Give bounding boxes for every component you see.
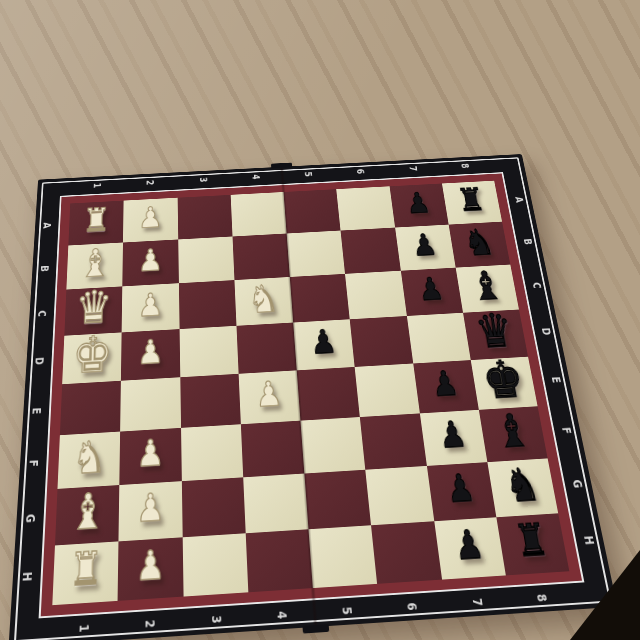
black-pawn-g7[interactable]: ♟ (444, 470, 477, 505)
white-rook-h1[interactable]: ♜ (69, 548, 103, 591)
square-h5[interactable] (308, 525, 377, 588)
black-pawn-f7[interactable]: ♟ (437, 418, 469, 452)
white-pawn-h2[interactable]: ♟ (136, 546, 165, 584)
square-d1[interactable]: ♚ (62, 332, 122, 384)
white-pawn-f2[interactable]: ♟ (137, 436, 165, 470)
square-d3[interactable] (179, 326, 238, 377)
black-rook-a8[interactable]: ♜ (455, 185, 487, 215)
black-queen-d8[interactable]: ♛ (473, 310, 517, 353)
square-e5[interactable] (297, 367, 360, 421)
white-bishop-b1[interactable]: ♝ (79, 245, 112, 281)
black-knight-b8[interactable]: ♞ (461, 225, 496, 258)
white-pawn-e4[interactable]: ♟ (255, 378, 284, 410)
black-pawn-a7[interactable]: ♟ (404, 190, 432, 216)
square-f1[interactable]: ♞ (57, 432, 120, 489)
hinge-top (271, 163, 292, 169)
white-pawn-b2[interactable]: ♟ (138, 246, 163, 274)
black-rook-h8[interactable]: ♜ (512, 520, 551, 562)
white-pawn-g2[interactable]: ♟ (136, 489, 165, 525)
square-e1[interactable] (60, 381, 121, 435)
square-a3[interactable] (177, 195, 232, 240)
square-b7[interactable]: ♟ (395, 225, 456, 271)
square-g2[interactable]: ♟ (119, 481, 182, 541)
square-f3[interactable] (181, 424, 243, 481)
white-bishop-g1[interactable]: ♝ (69, 489, 107, 535)
square-e3[interactable] (180, 374, 241, 428)
black-bishop-f8[interactable]: ♝ (492, 409, 534, 452)
square-g3[interactable] (181, 477, 245, 537)
square-b5[interactable] (287, 231, 346, 277)
square-c6[interactable] (345, 271, 406, 320)
square-f5[interactable] (300, 417, 365, 474)
square-h2[interactable]: ♟ (118, 537, 183, 601)
square-h6[interactable] (371, 521, 441, 584)
black-knight-g8[interactable]: ♞ (501, 463, 542, 506)
square-f8[interactable]: ♝ (479, 406, 548, 462)
white-pawn-d2[interactable]: ♟ (137, 336, 163, 367)
square-c4[interactable]: ♞ (234, 277, 293, 326)
square-d5[interactable]: ♟ (293, 319, 355, 370)
square-h7[interactable]: ♟ (434, 517, 506, 579)
square-d7[interactable] (406, 313, 470, 364)
square-a7[interactable]: ♟ (389, 184, 448, 228)
square-b3[interactable] (178, 236, 234, 283)
white-queen-c1[interactable]: ♛ (75, 287, 113, 329)
square-f7[interactable]: ♟ (419, 410, 487, 466)
white-rook-a1[interactable]: ♜ (82, 205, 110, 235)
hinge-bottom (302, 624, 329, 633)
square-c7[interactable]: ♟ (400, 268, 462, 316)
square-h1[interactable]: ♜ (52, 541, 118, 605)
square-e4[interactable]: ♟ (238, 370, 300, 424)
square-a8[interactable]: ♜ (442, 181, 502, 225)
square-a2[interactable]: ♟ (123, 198, 178, 243)
chess-board: 12345678 12345678 ABCDEFGH ABCDEFGH ♜♟♟♜… (9, 154, 618, 640)
black-pawn-h7[interactable]: ♟ (452, 526, 486, 563)
black-pawn-b7[interactable]: ♟ (410, 231, 439, 259)
square-g7[interactable]: ♟ (426, 462, 496, 521)
square-a1[interactable]: ♜ (68, 201, 123, 246)
square-a6[interactable] (336, 186, 394, 230)
square-a5[interactable] (284, 189, 341, 233)
square-h3[interactable] (182, 533, 248, 596)
square-d4[interactable] (236, 323, 296, 374)
white-knight-c4[interactable]: ♞ (247, 281, 280, 317)
black-pawn-d5[interactable]: ♟ (309, 326, 338, 357)
white-pawn-c2[interactable]: ♟ (138, 290, 164, 319)
square-g6[interactable] (366, 466, 434, 525)
board-frame: 12345678 12345678 ABCDEFGH ABCDEFGH ♜♟♟♜… (9, 154, 618, 640)
black-bishop-c8[interactable]: ♝ (467, 267, 505, 304)
square-g4[interactable] (243, 474, 308, 534)
square-a4[interactable] (230, 192, 286, 236)
square-d6[interactable] (350, 316, 413, 367)
black-king-e8[interactable]: ♚ (479, 356, 527, 404)
black-pawn-c7[interactable]: ♟ (416, 274, 445, 303)
square-c5[interactable] (290, 274, 350, 323)
square-c2[interactable]: ♟ (122, 283, 179, 332)
square-b2[interactable]: ♟ (123, 239, 179, 286)
white-king-d1[interactable]: ♚ (72, 332, 113, 379)
square-e8[interactable]: ♚ (471, 357, 538, 410)
square-f6[interactable] (360, 413, 426, 469)
square-d2[interactable]: ♟ (121, 329, 180, 381)
white-pawn-a2[interactable]: ♟ (138, 204, 163, 231)
square-c3[interactable] (178, 280, 236, 329)
square-h4[interactable] (245, 529, 312, 592)
square-b4[interactable] (232, 233, 290, 280)
square-b6[interactable] (341, 228, 401, 274)
white-knight-f1[interactable]: ♞ (72, 436, 107, 478)
square-b8[interactable]: ♞ (448, 222, 510, 268)
square-f2[interactable]: ♟ (120, 428, 182, 485)
square-f4[interactable] (241, 421, 305, 478)
square-e7[interactable]: ♟ (413, 360, 479, 413)
square-h8[interactable]: ♜ (496, 513, 569, 575)
square-e6[interactable] (355, 364, 420, 418)
square-g1[interactable]: ♝ (55, 485, 120, 545)
desk-scene: 12345678 12345678 ABCDEFGH ABCDEFGH ♜♟♟♜… (0, 0, 640, 640)
square-g5[interactable] (304, 470, 371, 530)
square-e2[interactable] (120, 377, 180, 431)
black-pawn-e7[interactable]: ♟ (429, 367, 460, 399)
square-g8[interactable]: ♞ (487, 458, 558, 517)
